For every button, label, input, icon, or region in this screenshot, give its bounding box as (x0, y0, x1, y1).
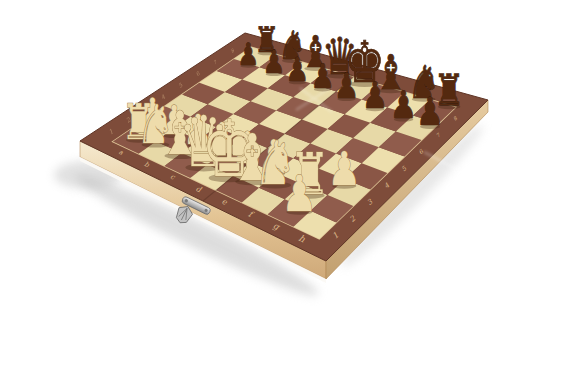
piece-black-p-e7: ♟ (334, 64, 359, 106)
piece-white-p-g2: ♟ (328, 142, 361, 196)
piece-black-p-a7: ♟ (237, 36, 259, 72)
piece-black-p-b7: ♟ (263, 43, 286, 81)
piece-black-p-d7: ♟ (310, 57, 334, 96)
piece-black-p-g7: ♟ (390, 83, 417, 127)
piece-white-p-h2: ♟ (281, 164, 317, 223)
piece-black-p-f7: ♟ (362, 73, 388, 116)
piece-black-p-h7: ♟ (416, 89, 444, 134)
product-photo: abcdefgh1122334455667788♜♞♟♝♟♛♟♚♟♝♟♞♜♟♟♟… (0, 0, 582, 374)
piece-black-p-c7: ♟ (286, 50, 310, 89)
chessboard: abcdefgh1122334455667788♜♞♟♝♟♛♟♚♟♝♟♞♜♟♟♟… (0, 0, 582, 374)
